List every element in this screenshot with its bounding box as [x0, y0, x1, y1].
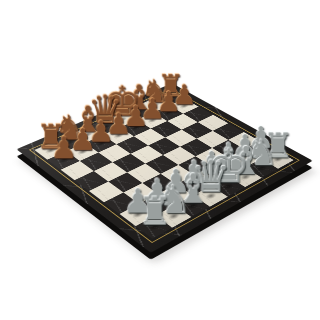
chess-board: ♜♞♝♛♚♝♞♜♟♟♟♟♟♟♟♟♟♟♟♟♟♟♟♟♜♞♝♛♚♝♞♜ — [16, 83, 312, 253]
product-photo: ♜♞♝♛♚♝♞♜♟♟♟♟♟♟♟♟♟♟♟♟♟♟♟♟♜♞♝♛♚♝♞♜ — [0, 0, 320, 320]
board-grid — [34, 91, 294, 239]
